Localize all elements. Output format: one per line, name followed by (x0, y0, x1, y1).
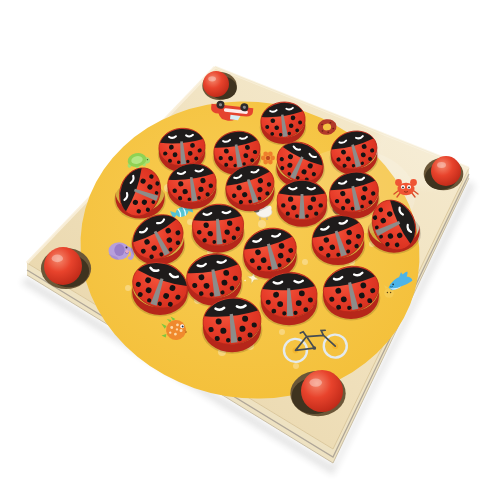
product-photo (0, 0, 500, 500)
scene (0, 0, 500, 500)
circle-dot (293, 363, 299, 369)
corner-ball-handle[interactable] (203, 71, 229, 97)
circle-dot (279, 329, 285, 335)
board-scene (0, 0, 500, 500)
circle-dot (302, 259, 308, 265)
circle-dot (258, 220, 266, 228)
corner-ball-handle[interactable] (44, 247, 82, 285)
ladybug-piece[interactable] (276, 180, 328, 228)
corner-ball-handle[interactable] (301, 370, 343, 412)
circle-dot (125, 285, 131, 291)
corner-ball-handle[interactable] (431, 156, 461, 186)
